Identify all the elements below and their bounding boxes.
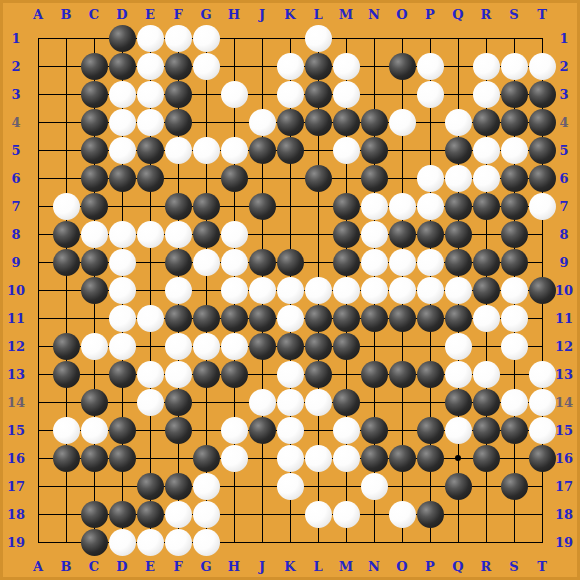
intersection[interactable] bbox=[444, 472, 472, 500]
intersection[interactable] bbox=[192, 360, 220, 388]
intersection[interactable] bbox=[332, 472, 360, 500]
intersection[interactable] bbox=[220, 136, 248, 164]
intersection[interactable] bbox=[388, 360, 416, 388]
intersection[interactable] bbox=[24, 136, 52, 164]
intersection[interactable] bbox=[388, 416, 416, 444]
intersection[interactable] bbox=[528, 24, 556, 52]
intersection[interactable] bbox=[304, 164, 332, 192]
intersection[interactable] bbox=[444, 444, 472, 472]
intersection[interactable] bbox=[80, 52, 108, 80]
intersection[interactable] bbox=[136, 108, 164, 136]
intersection[interactable] bbox=[360, 80, 388, 108]
intersection[interactable] bbox=[136, 164, 164, 192]
intersection[interactable] bbox=[500, 192, 528, 220]
intersection[interactable] bbox=[24, 248, 52, 276]
intersection[interactable] bbox=[80, 192, 108, 220]
intersection[interactable] bbox=[332, 136, 360, 164]
intersection[interactable] bbox=[52, 444, 80, 472]
intersection[interactable] bbox=[192, 220, 220, 248]
intersection[interactable] bbox=[304, 360, 332, 388]
intersection[interactable] bbox=[332, 304, 360, 332]
intersection[interactable] bbox=[444, 304, 472, 332]
intersection[interactable] bbox=[164, 416, 192, 444]
intersection[interactable] bbox=[276, 136, 304, 164]
intersection[interactable] bbox=[276, 192, 304, 220]
intersection[interactable] bbox=[444, 360, 472, 388]
intersection[interactable] bbox=[304, 332, 332, 360]
intersection[interactable] bbox=[444, 500, 472, 528]
intersection[interactable] bbox=[360, 444, 388, 472]
intersection[interactable] bbox=[136, 500, 164, 528]
intersection[interactable] bbox=[192, 136, 220, 164]
intersection[interactable] bbox=[24, 500, 52, 528]
intersection[interactable] bbox=[24, 360, 52, 388]
intersection[interactable] bbox=[164, 276, 192, 304]
intersection[interactable] bbox=[500, 332, 528, 360]
intersection[interactable] bbox=[164, 220, 192, 248]
intersection[interactable] bbox=[416, 24, 444, 52]
intersection[interactable] bbox=[108, 164, 136, 192]
intersection[interactable] bbox=[276, 52, 304, 80]
intersection[interactable] bbox=[528, 528, 556, 556]
intersection[interactable] bbox=[472, 164, 500, 192]
intersection[interactable] bbox=[528, 332, 556, 360]
intersection[interactable] bbox=[136, 52, 164, 80]
intersection[interactable] bbox=[220, 472, 248, 500]
intersection[interactable] bbox=[416, 332, 444, 360]
intersection[interactable] bbox=[52, 528, 80, 556]
intersection[interactable] bbox=[220, 192, 248, 220]
intersection[interactable] bbox=[220, 164, 248, 192]
intersection[interactable] bbox=[528, 500, 556, 528]
intersection[interactable] bbox=[24, 108, 52, 136]
intersection[interactable] bbox=[500, 388, 528, 416]
intersection[interactable] bbox=[192, 416, 220, 444]
intersection[interactable] bbox=[388, 80, 416, 108]
intersection[interactable] bbox=[360, 108, 388, 136]
intersection[interactable] bbox=[500, 24, 528, 52]
intersection[interactable] bbox=[360, 332, 388, 360]
intersection[interactable] bbox=[332, 528, 360, 556]
intersection[interactable] bbox=[24, 528, 52, 556]
intersection[interactable] bbox=[24, 388, 52, 416]
intersection[interactable] bbox=[24, 52, 52, 80]
intersection[interactable] bbox=[416, 388, 444, 416]
intersection[interactable] bbox=[52, 472, 80, 500]
intersection[interactable] bbox=[248, 52, 276, 80]
intersection[interactable] bbox=[444, 108, 472, 136]
intersection[interactable] bbox=[192, 24, 220, 52]
intersection[interactable] bbox=[108, 24, 136, 52]
intersection[interactable] bbox=[24, 276, 52, 304]
intersection[interactable] bbox=[52, 304, 80, 332]
intersection[interactable] bbox=[80, 472, 108, 500]
intersection[interactable] bbox=[472, 304, 500, 332]
intersection[interactable] bbox=[192, 52, 220, 80]
intersection[interactable] bbox=[472, 528, 500, 556]
intersection[interactable] bbox=[52, 136, 80, 164]
intersection[interactable] bbox=[388, 52, 416, 80]
intersection[interactable] bbox=[108, 220, 136, 248]
intersection[interactable] bbox=[248, 332, 276, 360]
intersection[interactable] bbox=[248, 108, 276, 136]
intersection[interactable] bbox=[164, 500, 192, 528]
intersection[interactable] bbox=[220, 360, 248, 388]
intersection[interactable] bbox=[52, 80, 80, 108]
intersection[interactable] bbox=[192, 528, 220, 556]
intersection[interactable] bbox=[108, 276, 136, 304]
intersection[interactable] bbox=[528, 108, 556, 136]
intersection[interactable] bbox=[164, 80, 192, 108]
intersection[interactable] bbox=[528, 360, 556, 388]
intersection[interactable] bbox=[164, 248, 192, 276]
intersection[interactable] bbox=[136, 24, 164, 52]
intersection[interactable] bbox=[416, 248, 444, 276]
intersection[interactable] bbox=[332, 108, 360, 136]
intersection[interactable] bbox=[52, 360, 80, 388]
intersection[interactable] bbox=[416, 192, 444, 220]
intersection[interactable] bbox=[416, 304, 444, 332]
intersection[interactable] bbox=[52, 164, 80, 192]
intersection[interactable] bbox=[52, 108, 80, 136]
intersection[interactable] bbox=[248, 444, 276, 472]
intersection[interactable] bbox=[388, 388, 416, 416]
intersection[interactable] bbox=[416, 472, 444, 500]
intersection[interactable] bbox=[388, 108, 416, 136]
intersection[interactable] bbox=[416, 108, 444, 136]
intersection[interactable] bbox=[276, 108, 304, 136]
intersection[interactable] bbox=[500, 108, 528, 136]
intersection[interactable] bbox=[472, 332, 500, 360]
intersection[interactable] bbox=[304, 248, 332, 276]
intersection[interactable] bbox=[136, 444, 164, 472]
intersection[interactable] bbox=[276, 248, 304, 276]
intersection[interactable] bbox=[220, 332, 248, 360]
intersection[interactable] bbox=[136, 472, 164, 500]
intersection[interactable] bbox=[332, 52, 360, 80]
intersection[interactable] bbox=[108, 80, 136, 108]
intersection[interactable] bbox=[164, 332, 192, 360]
intersection[interactable] bbox=[192, 332, 220, 360]
intersection[interactable] bbox=[472, 500, 500, 528]
intersection[interactable] bbox=[528, 444, 556, 472]
intersection[interactable] bbox=[108, 528, 136, 556]
intersection[interactable] bbox=[332, 332, 360, 360]
intersection[interactable] bbox=[332, 220, 360, 248]
intersection[interactable] bbox=[24, 304, 52, 332]
intersection[interactable] bbox=[360, 192, 388, 220]
intersection[interactable] bbox=[24, 24, 52, 52]
intersection[interactable] bbox=[164, 108, 192, 136]
intersection[interactable] bbox=[24, 80, 52, 108]
intersection[interactable] bbox=[528, 192, 556, 220]
intersection[interactable] bbox=[444, 276, 472, 304]
intersection[interactable] bbox=[304, 80, 332, 108]
intersection[interactable] bbox=[108, 192, 136, 220]
intersection[interactable] bbox=[276, 388, 304, 416]
intersection[interactable] bbox=[164, 52, 192, 80]
intersection[interactable] bbox=[276, 444, 304, 472]
intersection[interactable] bbox=[276, 332, 304, 360]
intersection[interactable] bbox=[276, 416, 304, 444]
intersection[interactable] bbox=[528, 472, 556, 500]
intersection[interactable] bbox=[472, 444, 500, 472]
intersection[interactable] bbox=[248, 192, 276, 220]
intersection[interactable] bbox=[416, 80, 444, 108]
intersection[interactable] bbox=[192, 192, 220, 220]
intersection[interactable] bbox=[304, 108, 332, 136]
intersection[interactable] bbox=[164, 360, 192, 388]
intersection[interactable] bbox=[164, 24, 192, 52]
intersection[interactable] bbox=[80, 276, 108, 304]
intersection[interactable] bbox=[136, 528, 164, 556]
intersection[interactable] bbox=[136, 304, 164, 332]
intersection[interactable] bbox=[108, 304, 136, 332]
intersection[interactable] bbox=[332, 192, 360, 220]
intersection[interactable] bbox=[500, 80, 528, 108]
intersection[interactable] bbox=[24, 472, 52, 500]
intersection[interactable] bbox=[472, 80, 500, 108]
intersection[interactable] bbox=[136, 192, 164, 220]
intersection[interactable] bbox=[276, 24, 304, 52]
intersection[interactable] bbox=[80, 108, 108, 136]
intersection[interactable] bbox=[80, 528, 108, 556]
intersection[interactable] bbox=[416, 528, 444, 556]
intersection[interactable] bbox=[164, 528, 192, 556]
intersection[interactable] bbox=[528, 164, 556, 192]
intersection[interactable] bbox=[248, 304, 276, 332]
intersection[interactable] bbox=[500, 276, 528, 304]
intersection[interactable] bbox=[164, 192, 192, 220]
intersection[interactable] bbox=[500, 360, 528, 388]
intersection[interactable] bbox=[248, 416, 276, 444]
intersection[interactable] bbox=[360, 220, 388, 248]
intersection[interactable] bbox=[164, 388, 192, 416]
intersection[interactable] bbox=[304, 388, 332, 416]
intersection[interactable] bbox=[472, 388, 500, 416]
intersection[interactable] bbox=[80, 220, 108, 248]
intersection[interactable] bbox=[108, 416, 136, 444]
intersection[interactable] bbox=[388, 220, 416, 248]
intersection[interactable] bbox=[248, 276, 276, 304]
intersection[interactable] bbox=[332, 416, 360, 444]
intersection[interactable] bbox=[276, 304, 304, 332]
intersection[interactable] bbox=[248, 248, 276, 276]
intersection[interactable] bbox=[248, 136, 276, 164]
intersection[interactable] bbox=[80, 304, 108, 332]
intersection[interactable] bbox=[332, 360, 360, 388]
intersection[interactable] bbox=[248, 164, 276, 192]
intersection[interactable] bbox=[444, 80, 472, 108]
intersection[interactable] bbox=[528, 304, 556, 332]
intersection[interactable] bbox=[472, 136, 500, 164]
intersection[interactable] bbox=[80, 444, 108, 472]
intersection[interactable] bbox=[192, 500, 220, 528]
intersection[interactable] bbox=[444, 220, 472, 248]
intersection[interactable] bbox=[248, 24, 276, 52]
intersection[interactable] bbox=[52, 52, 80, 80]
intersection[interactable] bbox=[220, 304, 248, 332]
intersection[interactable] bbox=[416, 136, 444, 164]
intersection[interactable] bbox=[472, 24, 500, 52]
intersection[interactable] bbox=[108, 52, 136, 80]
intersection[interactable] bbox=[360, 248, 388, 276]
intersection[interactable] bbox=[444, 192, 472, 220]
intersection[interactable] bbox=[500, 472, 528, 500]
intersection[interactable] bbox=[528, 220, 556, 248]
intersection[interactable] bbox=[332, 444, 360, 472]
intersection[interactable] bbox=[220, 80, 248, 108]
intersection[interactable] bbox=[388, 192, 416, 220]
intersection[interactable] bbox=[360, 388, 388, 416]
intersection[interactable] bbox=[444, 164, 472, 192]
intersection[interactable] bbox=[52, 220, 80, 248]
intersection[interactable] bbox=[472, 220, 500, 248]
intersection[interactable] bbox=[500, 500, 528, 528]
intersection[interactable] bbox=[500, 248, 528, 276]
intersection[interactable] bbox=[528, 388, 556, 416]
intersection[interactable] bbox=[360, 360, 388, 388]
intersection[interactable] bbox=[444, 52, 472, 80]
intersection[interactable] bbox=[360, 164, 388, 192]
intersection[interactable] bbox=[528, 276, 556, 304]
intersection[interactable] bbox=[24, 192, 52, 220]
intersection[interactable] bbox=[220, 528, 248, 556]
intersection[interactable] bbox=[136, 388, 164, 416]
intersection[interactable] bbox=[416, 276, 444, 304]
intersection[interactable] bbox=[360, 528, 388, 556]
intersection[interactable] bbox=[80, 500, 108, 528]
intersection[interactable] bbox=[444, 24, 472, 52]
intersection[interactable] bbox=[24, 164, 52, 192]
intersection[interactable] bbox=[80, 80, 108, 108]
intersection[interactable] bbox=[304, 304, 332, 332]
intersection[interactable] bbox=[80, 332, 108, 360]
intersection[interactable] bbox=[136, 136, 164, 164]
intersection[interactable] bbox=[80, 248, 108, 276]
intersection[interactable] bbox=[304, 444, 332, 472]
intersection[interactable] bbox=[136, 360, 164, 388]
intersection[interactable] bbox=[472, 108, 500, 136]
intersection[interactable] bbox=[52, 388, 80, 416]
intersection[interactable] bbox=[108, 388, 136, 416]
intersection[interactable] bbox=[500, 444, 528, 472]
intersection[interactable] bbox=[52, 500, 80, 528]
intersection[interactable] bbox=[52, 276, 80, 304]
intersection[interactable] bbox=[108, 108, 136, 136]
intersection[interactable] bbox=[472, 472, 500, 500]
intersection[interactable] bbox=[136, 276, 164, 304]
intersection[interactable] bbox=[108, 248, 136, 276]
intersection[interactable] bbox=[360, 416, 388, 444]
intersection[interactable] bbox=[164, 444, 192, 472]
intersection[interactable] bbox=[164, 304, 192, 332]
intersection[interactable] bbox=[276, 360, 304, 388]
intersection[interactable] bbox=[164, 472, 192, 500]
intersection[interactable] bbox=[444, 388, 472, 416]
intersection[interactable] bbox=[192, 248, 220, 276]
intersection[interactable] bbox=[472, 248, 500, 276]
intersection[interactable] bbox=[500, 164, 528, 192]
intersection[interactable] bbox=[472, 416, 500, 444]
intersection[interactable] bbox=[220, 248, 248, 276]
intersection[interactable] bbox=[444, 136, 472, 164]
intersection[interactable] bbox=[360, 500, 388, 528]
intersection[interactable] bbox=[360, 24, 388, 52]
intersection[interactable] bbox=[52, 24, 80, 52]
intersection[interactable] bbox=[360, 472, 388, 500]
intersection[interactable] bbox=[388, 304, 416, 332]
intersection[interactable] bbox=[304, 192, 332, 220]
intersection[interactable] bbox=[192, 444, 220, 472]
intersection[interactable] bbox=[500, 416, 528, 444]
intersection[interactable] bbox=[52, 332, 80, 360]
intersection[interactable] bbox=[304, 528, 332, 556]
intersection[interactable] bbox=[416, 360, 444, 388]
intersection[interactable] bbox=[388, 276, 416, 304]
intersection[interactable] bbox=[192, 108, 220, 136]
intersection[interactable] bbox=[388, 164, 416, 192]
intersection[interactable] bbox=[388, 136, 416, 164]
intersection[interactable] bbox=[304, 24, 332, 52]
intersection[interactable] bbox=[192, 472, 220, 500]
intersection[interactable] bbox=[220, 52, 248, 80]
intersection[interactable] bbox=[444, 248, 472, 276]
intersection[interactable] bbox=[388, 444, 416, 472]
intersection[interactable] bbox=[500, 220, 528, 248]
intersection[interactable] bbox=[472, 52, 500, 80]
intersection[interactable] bbox=[136, 80, 164, 108]
intersection[interactable] bbox=[220, 416, 248, 444]
intersection[interactable] bbox=[444, 332, 472, 360]
intersection[interactable] bbox=[276, 276, 304, 304]
intersection[interactable] bbox=[248, 220, 276, 248]
intersection[interactable] bbox=[220, 500, 248, 528]
intersection[interactable] bbox=[248, 500, 276, 528]
intersection[interactable] bbox=[416, 444, 444, 472]
intersection[interactable] bbox=[332, 80, 360, 108]
intersection[interactable] bbox=[248, 360, 276, 388]
intersection[interactable] bbox=[108, 472, 136, 500]
intersection[interactable] bbox=[416, 164, 444, 192]
intersection[interactable] bbox=[276, 220, 304, 248]
intersection[interactable] bbox=[304, 52, 332, 80]
intersection[interactable] bbox=[52, 416, 80, 444]
intersection[interactable] bbox=[52, 192, 80, 220]
intersection[interactable] bbox=[220, 108, 248, 136]
intersection[interactable] bbox=[220, 24, 248, 52]
intersection[interactable] bbox=[304, 136, 332, 164]
intersection[interactable] bbox=[276, 528, 304, 556]
intersection[interactable] bbox=[360, 52, 388, 80]
intersection[interactable] bbox=[332, 248, 360, 276]
intersection[interactable] bbox=[80, 136, 108, 164]
intersection[interactable] bbox=[360, 276, 388, 304]
intersection[interactable] bbox=[332, 24, 360, 52]
intersection[interactable] bbox=[80, 388, 108, 416]
intersection[interactable] bbox=[192, 276, 220, 304]
intersection[interactable] bbox=[220, 444, 248, 472]
intersection[interactable] bbox=[416, 416, 444, 444]
intersection[interactable] bbox=[24, 332, 52, 360]
intersection[interactable] bbox=[192, 164, 220, 192]
intersection[interactable] bbox=[136, 220, 164, 248]
intersection[interactable] bbox=[276, 472, 304, 500]
intersection[interactable] bbox=[192, 388, 220, 416]
intersection[interactable] bbox=[388, 248, 416, 276]
intersection[interactable] bbox=[24, 444, 52, 472]
intersection[interactable] bbox=[500, 528, 528, 556]
